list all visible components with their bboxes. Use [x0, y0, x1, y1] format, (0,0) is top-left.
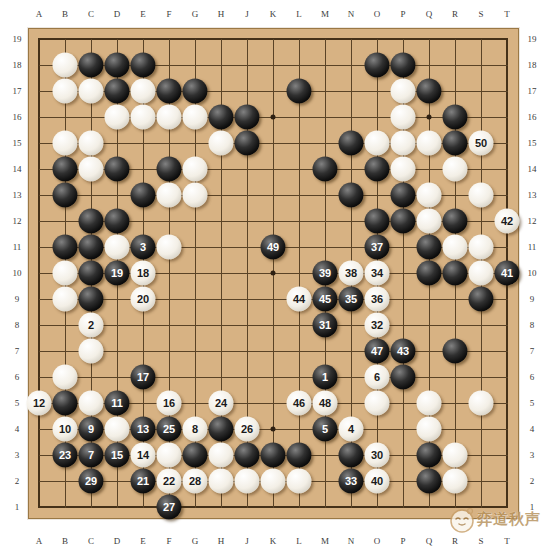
row-label-left-15: 15	[13, 138, 22, 148]
stone-K2[interactable]	[261, 469, 286, 494]
row-label-left-6: 6	[15, 372, 20, 382]
row-label-left-11: 11	[13, 242, 22, 252]
grid-line-h	[39, 299, 508, 300]
stone-M8-move-31[interactable]: 31	[313, 313, 338, 338]
column-label-bottom-H: H	[218, 536, 225, 546]
stone-O10-move-34[interactable]: 34	[365, 261, 390, 286]
column-label-bottom-S: S	[478, 536, 483, 546]
stone-T10-move-41[interactable]: 41	[495, 261, 520, 286]
column-label-top-O: O	[374, 9, 381, 19]
stone-N10-move-38[interactable]: 38	[339, 261, 364, 286]
stone-G14[interactable]	[183, 157, 208, 182]
stone-C9[interactable]	[79, 287, 104, 312]
stone-F17[interactable]	[157, 79, 182, 104]
stone-B3-move-23[interactable]: 23	[53, 443, 78, 468]
column-label-bottom-D: D	[114, 536, 121, 546]
stone-F4-move-25[interactable]: 25	[157, 417, 182, 442]
column-label-top-S: S	[478, 9, 483, 19]
row-label-right-18: 18	[528, 60, 537, 70]
row-label-left-8: 8	[15, 320, 20, 330]
stone-S9[interactable]	[469, 287, 494, 312]
stone-E13[interactable]	[131, 183, 156, 208]
row-label-left-10: 10	[13, 268, 22, 278]
grid-line-h	[39, 351, 508, 352]
stone-C15[interactable]	[79, 131, 104, 156]
stone-P12[interactable]	[391, 209, 416, 234]
go-diagram-page: AABBCCDDEEFFGGHHJJKKLLMMNNOOPPQQRRSSTT19…	[0, 0, 550, 550]
stone-R14[interactable]	[443, 157, 468, 182]
stone-C18[interactable]	[79, 53, 104, 78]
stone-H3[interactable]	[209, 443, 234, 468]
stone-P14[interactable]	[391, 157, 416, 182]
stone-S10[interactable]	[469, 261, 494, 286]
row-label-right-6: 6	[530, 372, 535, 382]
row-label-right-11: 11	[528, 242, 537, 252]
stone-D12[interactable]	[105, 209, 130, 234]
stone-D10-move-19[interactable]: 19	[105, 261, 130, 286]
stone-R12[interactable]	[443, 209, 468, 234]
row-label-right-3: 3	[530, 450, 535, 460]
row-label-left-7: 7	[15, 346, 20, 356]
stone-E3-move-14[interactable]: 14	[131, 443, 156, 468]
stone-J2[interactable]	[235, 469, 260, 494]
stone-P17[interactable]	[391, 79, 416, 104]
stone-G3[interactable]	[183, 443, 208, 468]
stone-C3-move-7[interactable]: 7	[79, 443, 104, 468]
row-label-left-9: 9	[15, 294, 20, 304]
stone-L9-move-44[interactable]: 44	[287, 287, 312, 312]
stone-R11[interactable]	[443, 235, 468, 260]
stone-E9-move-20[interactable]: 20	[131, 287, 156, 312]
column-label-bottom-R: R	[452, 536, 458, 546]
row-label-right-12: 12	[528, 216, 537, 226]
grid-line-h	[39, 325, 508, 326]
column-label-bottom-N: N	[348, 536, 355, 546]
column-label-bottom-L: L	[296, 536, 302, 546]
column-label-top-E: E	[140, 9, 146, 19]
stone-H16[interactable]	[209, 105, 234, 130]
stone-Q4[interactable]	[417, 417, 442, 442]
row-label-left-5: 5	[15, 398, 20, 408]
row-label-left-19: 19	[13, 34, 22, 44]
stone-F2-move-22[interactable]: 22	[157, 469, 182, 494]
column-label-bottom-A: A	[36, 536, 43, 546]
stone-Q3[interactable]	[417, 443, 442, 468]
column-label-bottom-M: M	[321, 536, 329, 546]
column-label-top-C: C	[88, 9, 94, 19]
stone-D14[interactable]	[105, 157, 130, 182]
stone-G16[interactable]	[183, 105, 208, 130]
stone-J4-move-26[interactable]: 26	[235, 417, 260, 442]
row-label-left-4: 4	[15, 424, 20, 434]
stone-D18[interactable]	[105, 53, 130, 78]
stone-P7-move-43[interactable]: 43	[391, 339, 416, 364]
stone-C14[interactable]	[79, 157, 104, 182]
stone-N2-move-33[interactable]: 33	[339, 469, 364, 494]
column-label-bottom-C: C	[88, 536, 94, 546]
stone-Q11[interactable]	[417, 235, 442, 260]
stone-B9[interactable]	[53, 287, 78, 312]
stone-P15[interactable]	[391, 131, 416, 156]
stone-D5-move-11[interactable]: 11	[105, 391, 130, 416]
stone-N9-move-35[interactable]: 35	[339, 287, 364, 312]
stone-B13[interactable]	[53, 183, 78, 208]
row-label-right-7: 7	[530, 346, 535, 356]
stone-O12[interactable]	[365, 209, 390, 234]
stone-E18[interactable]	[131, 53, 156, 78]
stone-F11[interactable]	[157, 235, 182, 260]
stone-O14[interactable]	[365, 157, 390, 182]
stone-E17[interactable]	[131, 79, 156, 104]
column-label-bottom-G: G	[192, 536, 199, 546]
stone-C5[interactable]	[79, 391, 104, 416]
column-label-top-A: A	[36, 9, 43, 19]
stone-M14[interactable]	[313, 157, 338, 182]
row-label-right-13: 13	[528, 190, 537, 200]
stone-M10-move-39[interactable]: 39	[313, 261, 338, 286]
stone-N13[interactable]	[339, 183, 364, 208]
column-label-top-B: B	[62, 9, 68, 19]
stone-R2[interactable]	[443, 469, 468, 494]
row-label-right-10: 10	[528, 268, 537, 278]
row-label-right-8: 8	[530, 320, 535, 330]
stone-G2-move-28[interactable]: 28	[183, 469, 208, 494]
column-label-top-F: F	[166, 9, 171, 19]
row-label-left-2: 2	[15, 476, 20, 486]
stone-F14[interactable]	[157, 157, 182, 182]
column-label-bottom-K: K	[270, 536, 277, 546]
row-label-left-12: 12	[13, 216, 22, 226]
column-label-top-K: K	[270, 9, 277, 19]
stone-C7[interactable]	[79, 339, 104, 364]
stone-E4-move-13[interactable]: 13	[131, 417, 156, 442]
stone-F5-move-16[interactable]: 16	[157, 391, 182, 416]
stone-R3[interactable]	[443, 443, 468, 468]
column-label-bottom-P: P	[400, 536, 405, 546]
column-label-bottom-E: E	[140, 536, 146, 546]
stone-A5-move-12[interactable]: 12	[27, 391, 52, 416]
stone-B18[interactable]	[53, 53, 78, 78]
stone-B5[interactable]	[53, 391, 78, 416]
stone-D3-move-15[interactable]: 15	[105, 443, 130, 468]
stone-M9-move-45[interactable]: 45	[313, 287, 338, 312]
grid-line-v	[299, 39, 300, 508]
row-label-right-14: 14	[528, 164, 537, 174]
column-label-top-P: P	[400, 9, 405, 19]
column-label-bottom-J: J	[245, 536, 249, 546]
stone-D4[interactable]	[105, 417, 130, 442]
stone-O9-move-36[interactable]: 36	[365, 287, 390, 312]
stone-P6[interactable]	[391, 365, 416, 390]
watermark-text: 弈道秋声	[477, 510, 541, 529]
stone-C11[interactable]	[79, 235, 104, 260]
stone-L2[interactable]	[287, 469, 312, 494]
stone-P18[interactable]	[391, 53, 416, 78]
column-label-top-H: H	[218, 9, 225, 19]
row-label-left-3: 3	[15, 450, 20, 460]
stone-B15[interactable]	[53, 131, 78, 156]
stone-L17[interactable]	[287, 79, 312, 104]
stone-M6-move-1[interactable]: 1	[313, 365, 338, 390]
stone-N3[interactable]	[339, 443, 364, 468]
row-label-right-9: 9	[530, 294, 535, 304]
stone-F13[interactable]	[157, 183, 182, 208]
stone-B10[interactable]	[53, 261, 78, 286]
row-label-right-16: 16	[528, 112, 537, 122]
column-label-top-Q: Q	[426, 9, 433, 19]
row-label-left-14: 14	[13, 164, 22, 174]
stone-Q12[interactable]	[417, 209, 442, 234]
stone-M4-move-5[interactable]: 5	[313, 417, 338, 442]
stone-H5-move-24[interactable]: 24	[209, 391, 234, 416]
stone-Q15[interactable]	[417, 131, 442, 156]
column-label-top-G: G	[192, 9, 199, 19]
stone-Q13[interactable]	[417, 183, 442, 208]
stone-O2-move-40[interactable]: 40	[365, 469, 390, 494]
column-label-top-J: J	[245, 9, 249, 19]
stone-C10[interactable]	[79, 261, 104, 286]
stone-D11[interactable]	[105, 235, 130, 260]
stone-O3-move-30[interactable]: 30	[365, 443, 390, 468]
stone-O15[interactable]	[365, 131, 390, 156]
stone-E2-move-21[interactable]: 21	[131, 469, 156, 494]
stone-B11[interactable]	[53, 235, 78, 260]
stone-P16[interactable]	[391, 105, 416, 130]
stone-O7-move-47[interactable]: 47	[365, 339, 390, 364]
stone-R7[interactable]	[443, 339, 468, 364]
stone-J15[interactable]	[235, 131, 260, 156]
row-label-left-17: 17	[13, 86, 22, 96]
stone-E11-move-3[interactable]: 3	[131, 235, 156, 260]
stone-N4-move-4[interactable]: 4	[339, 417, 364, 442]
stone-M5-move-48[interactable]: 48	[313, 391, 338, 416]
stone-P13[interactable]	[391, 183, 416, 208]
stone-O18[interactable]	[365, 53, 390, 78]
column-label-top-T: T	[504, 9, 510, 19]
stone-Q2[interactable]	[417, 469, 442, 494]
stone-G13[interactable]	[183, 183, 208, 208]
stone-T12-move-42[interactable]: 42	[495, 209, 520, 234]
column-label-bottom-O: O	[374, 536, 381, 546]
row-label-right-2: 2	[530, 476, 535, 486]
row-label-right-17: 17	[528, 86, 537, 96]
stone-G17[interactable]	[183, 79, 208, 104]
stone-R16[interactable]	[443, 105, 468, 130]
stone-B4-move-10[interactable]: 10	[53, 417, 78, 442]
watermark-smiley-icon	[448, 503, 476, 535]
column-label-top-R: R	[452, 9, 458, 19]
row-label-left-1: 1	[15, 502, 20, 512]
stone-G4-move-8[interactable]: 8	[183, 417, 208, 442]
stone-F1-move-27[interactable]: 27	[157, 495, 182, 520]
stone-R15[interactable]	[443, 131, 468, 156]
column-label-bottom-T: T	[504, 536, 510, 546]
row-label-left-13: 13	[13, 190, 22, 200]
stone-E6-move-17[interactable]: 17	[131, 365, 156, 390]
stone-C17[interactable]	[79, 79, 104, 104]
row-label-left-16: 16	[13, 112, 22, 122]
column-label-bottom-Q: Q	[426, 536, 433, 546]
row-label-right-5: 5	[530, 398, 535, 408]
stone-L3[interactable]	[287, 443, 312, 468]
stone-J16[interactable]	[235, 105, 260, 130]
stone-B14[interactable]	[53, 157, 78, 182]
stone-B17[interactable]	[53, 79, 78, 104]
watermark: 弈道秋声	[448, 503, 541, 535]
star-point-Q16	[427, 115, 432, 120]
stone-S13[interactable]	[469, 183, 494, 208]
star-point-K16	[271, 115, 276, 120]
row-label-right-19: 19	[528, 34, 537, 44]
stone-Q5[interactable]	[417, 391, 442, 416]
stone-L5-move-46[interactable]: 46	[287, 391, 312, 416]
stone-D17[interactable]	[105, 79, 130, 104]
stone-H2[interactable]	[209, 469, 234, 494]
stone-F16[interactable]	[157, 105, 182, 130]
column-label-bottom-F: F	[166, 536, 171, 546]
stone-Q17[interactable]	[417, 79, 442, 104]
stone-S15-move-50[interactable]: 50	[469, 131, 494, 156]
stone-F3[interactable]	[157, 443, 182, 468]
grid-line-h	[39, 377, 508, 378]
star-point-K4	[271, 427, 276, 432]
stone-E16[interactable]	[131, 105, 156, 130]
column-label-top-L: L	[296, 9, 302, 19]
stone-C2-move-29[interactable]: 29	[79, 469, 104, 494]
stone-C12[interactable]	[79, 209, 104, 234]
column-label-bottom-B: B	[62, 536, 68, 546]
stone-J3[interactable]	[235, 443, 260, 468]
stone-O8-move-32[interactable]: 32	[365, 313, 390, 338]
column-label-top-D: D	[114, 9, 121, 19]
stone-O11-move-37[interactable]: 37	[365, 235, 390, 260]
row-label-right-4: 4	[530, 424, 535, 434]
row-label-right-15: 15	[528, 138, 537, 148]
stone-D16[interactable]	[105, 105, 130, 130]
stone-Q10[interactable]	[417, 261, 442, 286]
star-point-K10	[271, 271, 276, 276]
stone-H4[interactable]	[209, 417, 234, 442]
stone-C8-move-2[interactable]: 2	[79, 313, 104, 338]
stone-S11[interactable]	[469, 235, 494, 260]
stone-K11-move-49[interactable]: 49	[261, 235, 286, 260]
stone-R10[interactable]	[443, 261, 468, 286]
stone-K3[interactable]	[261, 443, 286, 468]
stone-N15[interactable]	[339, 131, 364, 156]
stone-S5[interactable]	[469, 391, 494, 416]
column-label-top-N: N	[348, 9, 355, 19]
row-label-left-18: 18	[13, 60, 22, 70]
stone-H15[interactable]	[209, 131, 234, 156]
stone-O5[interactable]	[365, 391, 390, 416]
stone-O6-move-6[interactable]: 6	[365, 365, 390, 390]
stone-C4-move-9[interactable]: 9	[79, 417, 104, 442]
stone-E10-move-18[interactable]: 18	[131, 261, 156, 286]
stone-B6[interactable]	[53, 365, 78, 390]
column-label-top-M: M	[321, 9, 329, 19]
